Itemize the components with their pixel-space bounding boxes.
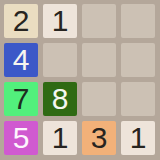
empty-cell-r2c3 [121,82,155,116]
tile-8-r2c1: 8 [43,82,77,116]
tile-4-r1c0: 4 [4,43,38,77]
tile-2-r0c0: 2 [4,4,38,38]
tile-5-r3c0: 5 [4,121,38,155]
empty-cell-r0c2 [82,4,116,38]
tile-1-r3c3: 1 [121,121,155,155]
game-board[interactable]: 214785131 [0,0,160,160]
empty-cell-r1c3 [121,43,155,77]
tile-1-r3c1: 1 [43,121,77,155]
empty-cell-r1c2 [82,43,116,77]
empty-cell-r2c2 [82,82,116,116]
empty-cell-r0c3 [121,4,155,38]
tile-3-r3c2: 3 [82,121,116,155]
empty-cell-r1c1 [43,43,77,77]
tile-7-r2c0: 7 [4,82,38,116]
tile-1-r0c1: 1 [43,4,77,38]
